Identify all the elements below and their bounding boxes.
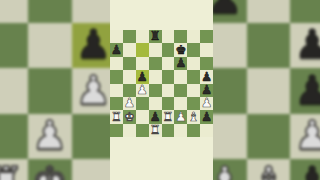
square-b5[interactable] [123, 70, 136, 83]
bg-square-c2 [72, 159, 116, 180]
square-b4[interactable] [123, 84, 136, 97]
bg-white-pawn-h3: ♟ [294, 115, 320, 155]
square-h8[interactable] [200, 30, 213, 43]
square-f5[interactable] [174, 70, 187, 83]
square-g5[interactable] [187, 70, 200, 83]
black-king-f7[interactable]: ♚ [175, 44, 186, 57]
square-h2[interactable]: ♟ [200, 110, 213, 123]
bg-black-pawn-h5: ♟ [294, 24, 320, 64]
square-a6[interactable] [110, 57, 123, 70]
bg-square-a4 [0, 68, 28, 114]
square-a8[interactable] [110, 30, 123, 43]
square-b3[interactable]: ♟ [123, 97, 136, 110]
bg-black-pawn-c5: ♟ [75, 24, 111, 64]
square-g2[interactable]: ♝ [187, 110, 200, 123]
white-pawn-b3[interactable]: ♟ [124, 97, 135, 110]
bg-square-b4 [28, 68, 72, 114]
bg-square-h3: ♟ [290, 114, 320, 160]
bg-square-b2: ♚ [28, 159, 72, 180]
bg-square-g5 [247, 23, 291, 69]
white-rook-d1[interactable]: ♜ [149, 124, 160, 137]
bg-square-g2: ♝ [247, 159, 291, 180]
square-a1[interactable] [110, 124, 123, 137]
square-a7[interactable]: ♟ [110, 43, 123, 56]
square-f7[interactable]: ♚ [174, 43, 187, 56]
bg-square-g6 [247, 0, 291, 23]
white-pawn-h3[interactable]: ♟ [201, 97, 212, 110]
square-d4[interactable] [149, 84, 162, 97]
square-a5[interactable] [110, 70, 123, 83]
black-pawn-a7[interactable]: ♟ [111, 44, 122, 57]
bg-square-a2: ♜ [0, 159, 28, 180]
black-pawn-h2[interactable]: ♟ [201, 110, 212, 123]
square-e8[interactable] [162, 30, 175, 43]
bg-white-rook-a2: ♜ [0, 161, 24, 180]
square-a3[interactable] [110, 97, 123, 110]
black-pawn-h4[interactable]: ♟ [201, 84, 212, 97]
square-d2[interactable]: ♟ [149, 110, 162, 123]
bg-white-king-b2: ♚ [32, 161, 68, 180]
white-rook-e2[interactable]: ♜ [162, 110, 173, 123]
square-f1[interactable] [174, 124, 187, 137]
square-b1[interactable] [123, 124, 136, 137]
chess-board[interactable]: ♜♟♚♟♟♟♟♟♟♟♜♚♟♜♟♝♟♜ [110, 30, 213, 137]
bg-square-g4 [247, 68, 291, 114]
square-c3[interactable] [136, 97, 149, 110]
square-c7[interactable] [136, 43, 149, 56]
bg-square-a5 [0, 23, 28, 69]
square-h4[interactable]: ♟ [200, 84, 213, 97]
square-b6[interactable] [123, 57, 136, 70]
bg-white-bishop-g2: ♝ [250, 161, 286, 180]
black-pawn-c5[interactable]: ♟ [137, 70, 148, 83]
black-rook-d8[interactable]: ♜ [149, 30, 160, 43]
white-king-b2[interactable]: ♚ [124, 110, 135, 123]
square-g8[interactable] [187, 30, 200, 43]
bg-square-c6 [72, 0, 116, 23]
square-e7[interactable] [162, 43, 175, 56]
bg-square-c5: ♟ [72, 23, 116, 69]
bg-square-h6 [290, 0, 320, 23]
black-pawn-d2[interactable]: ♟ [149, 110, 160, 123]
square-f3[interactable] [174, 97, 187, 110]
square-b2[interactable]: ♚ [123, 110, 136, 123]
square-h6[interactable] [200, 57, 213, 70]
square-a4[interactable] [110, 84, 123, 97]
square-b7[interactable] [123, 43, 136, 56]
black-pawn-h5[interactable]: ♟ [201, 70, 212, 83]
square-e4[interactable] [162, 84, 175, 97]
bg-square-b6 [28, 0, 72, 23]
bg-square-h2: ♟ [290, 159, 320, 180]
white-rook-a2[interactable]: ♜ [111, 110, 122, 123]
square-c2[interactable] [136, 110, 149, 123]
square-e5[interactable] [162, 70, 175, 83]
square-g4[interactable] [187, 84, 200, 97]
black-pawn-f6[interactable]: ♟ [175, 57, 186, 70]
bg-white-pawn-b3: ♟ [32, 115, 68, 155]
bg-white-pawn-c4: ♟ [75, 70, 111, 110]
square-d7[interactable] [149, 43, 162, 56]
square-e1[interactable] [162, 124, 175, 137]
bg-square-h5: ♟ [290, 23, 320, 69]
white-pawn-c4[interactable]: ♟ [137, 84, 148, 97]
square-f8[interactable] [174, 30, 187, 43]
square-g1[interactable] [187, 124, 200, 137]
square-d5[interactable] [149, 70, 162, 83]
square-h3[interactable]: ♟ [200, 97, 213, 110]
square-g3[interactable] [187, 97, 200, 110]
square-h5[interactable]: ♟ [200, 70, 213, 83]
square-h7[interactable] [200, 43, 213, 56]
square-c5[interactable]: ♟ [136, 70, 149, 83]
square-d3[interactable] [149, 97, 162, 110]
square-g6[interactable] [187, 57, 200, 70]
square-d1[interactable]: ♜ [149, 124, 162, 137]
bg-square-b5 [28, 23, 72, 69]
bg-black-pawn-h4: ♟ [294, 70, 320, 110]
bg-square-a3 [0, 114, 28, 160]
square-c6[interactable] [136, 57, 149, 70]
square-c4[interactable]: ♟ [136, 84, 149, 97]
bg-square-g3 [247, 114, 291, 160]
square-e3[interactable] [162, 97, 175, 110]
white-pawn-f2[interactable]: ♟ [175, 110, 186, 123]
bg-square-c3 [72, 114, 116, 160]
video-pane: ♜♟♚♟♟♟♟♟♟♟♜♚♟♜♟♝♟♜ [110, 0, 213, 180]
square-c8[interactable] [136, 30, 149, 43]
square-f4[interactable] [174, 84, 187, 97]
square-e2[interactable]: ♜ [162, 110, 175, 123]
square-d6[interactable] [149, 57, 162, 70]
video-frame: ♜♟♚♟♟♟♟♟♟♟♜♚♟♜♟♝♟♜ ♜♟♚♟♟♟♟♟♟♟♜♚♟♜♟♝♟♜ [0, 0, 320, 180]
square-c1[interactable] [136, 124, 149, 137]
square-f2[interactable]: ♟ [174, 110, 187, 123]
square-e6[interactable] [162, 57, 175, 70]
square-d8[interactable]: ♜ [149, 30, 162, 43]
square-f6[interactable]: ♟ [174, 57, 187, 70]
square-a2[interactable]: ♜ [110, 110, 123, 123]
square-h1[interactable] [200, 124, 213, 137]
bg-square-h4: ♟ [290, 68, 320, 114]
square-b8[interactable] [123, 30, 136, 43]
bg-black-pawn-h2: ♟ [294, 161, 320, 180]
white-bishop-g2[interactable]: ♝ [188, 110, 199, 123]
bg-square-c4: ♟ [72, 68, 116, 114]
bg-square-b3: ♟ [28, 114, 72, 160]
bg-square-a6 [0, 0, 28, 23]
square-g7[interactable] [187, 43, 200, 56]
